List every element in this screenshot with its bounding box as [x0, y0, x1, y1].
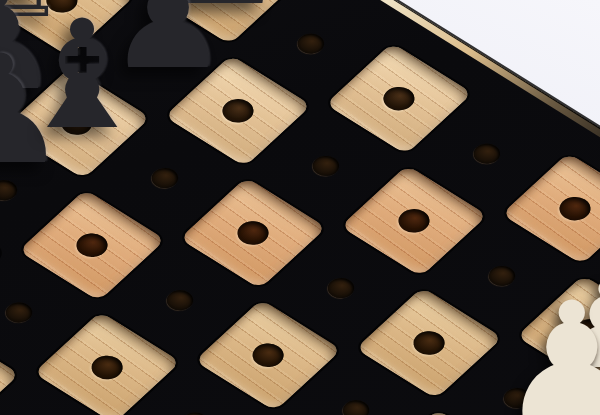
pieces-layer: ♜♟♟♟♟♝♟♟	[0, 0, 600, 415]
photo-scene: ♜♟♟♟♟♝♟♟	[0, 0, 600, 415]
piece-black-bishop[interactable]: ♝	[15, 0, 149, 150]
piece-white-pawn-front[interactable]: ♟	[498, 281, 600, 415]
